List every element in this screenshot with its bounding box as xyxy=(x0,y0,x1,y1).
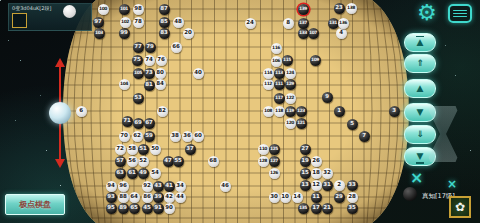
white-player-avatar[interactable] xyxy=(12,13,27,28)
app-name-button[interactable]: 极点棋盘 xyxy=(5,194,65,215)
white-stone-28[interactable]: 28 xyxy=(347,192,358,203)
move-number: 32 xyxy=(323,170,330,176)
black-stone-5[interactable]: 5 xyxy=(347,119,358,130)
move-number: 119 xyxy=(286,109,294,113)
move-number: 121 xyxy=(297,121,305,125)
move-number: 48 xyxy=(174,19,181,25)
move-number: 8 xyxy=(286,20,290,26)
white-stone-30[interactable]: 30 xyxy=(269,192,280,203)
rotate-board-slider[interactable] xyxy=(46,58,74,168)
back-button[interactable]: ▲ xyxy=(404,79,436,98)
white-stone-56[interactable]: 56 xyxy=(127,156,138,167)
white-stone-12[interactable]: 12 xyxy=(311,180,322,191)
black-stone-105[interactable]: 105 xyxy=(133,68,144,79)
move-number: 88 xyxy=(119,194,126,200)
move-number: 89 xyxy=(119,205,126,211)
slider-sphere-handle[interactable] xyxy=(49,102,71,124)
move-number: 113 xyxy=(275,71,283,75)
move-number: 29 xyxy=(335,194,342,200)
move-number: 66 xyxy=(172,44,179,50)
move-number: 7 xyxy=(362,133,366,139)
black-stone-69[interactable]: 69 xyxy=(133,118,144,129)
move-number: 73 xyxy=(145,70,152,76)
move-number: 74 xyxy=(145,57,152,63)
black-stone-137[interactable]: 137 xyxy=(298,18,309,29)
move-number: 15 xyxy=(301,170,308,176)
white-stone-2[interactable]: 2 xyxy=(334,180,345,191)
black-stone-55[interactable]: 55 xyxy=(173,156,184,167)
white-stone-126[interactable]: 126 xyxy=(269,168,280,179)
move-number: 27 xyxy=(301,146,308,152)
move-number: 33 xyxy=(348,182,355,188)
black-stone-47[interactable]: 47 xyxy=(163,156,174,167)
move-number: 35 xyxy=(348,205,355,211)
black-stone-133[interactable]: 133 xyxy=(298,28,309,39)
black-stone-1[interactable]: 1 xyxy=(334,106,345,117)
black-stone-95[interactable]: 95 xyxy=(106,203,117,214)
white-stone-40[interactable]: 40 xyxy=(193,68,204,79)
move-number: 43 xyxy=(154,183,161,189)
move-number: 47 xyxy=(164,158,171,164)
white-stone-104[interactable]: 104 xyxy=(119,79,130,90)
white-stone-82[interactable]: 82 xyxy=(157,106,168,117)
move-number: 23 xyxy=(335,5,342,11)
move-number: 4 xyxy=(339,30,343,36)
black-stone-17[interactable]: 17 xyxy=(311,203,322,214)
black-stone-75[interactable]: 75 xyxy=(132,55,143,66)
black-stone-51[interactable]: 51 xyxy=(138,144,149,155)
black-stone-53[interactable]: 53 xyxy=(133,93,144,104)
move-number: 116 xyxy=(272,46,280,50)
move-number: 14 xyxy=(293,194,300,200)
black-stone-121[interactable]: 121 xyxy=(296,118,307,129)
white-stone-60[interactable]: 60 xyxy=(193,131,204,142)
move-number: 70 xyxy=(120,133,127,139)
black-stone-29[interactable]: 29 xyxy=(334,192,345,203)
move-number: 19 xyxy=(301,158,308,164)
white-stone-36[interactable]: 36 xyxy=(182,131,193,142)
move-number: 93 xyxy=(107,194,114,200)
white-stone-116[interactable]: 116 xyxy=(271,43,282,54)
move-number: 13 xyxy=(301,182,308,188)
white-stone-72[interactable]: 72 xyxy=(115,144,126,155)
black-stone-91[interactable]: 91 xyxy=(153,203,164,214)
white-stone-38[interactable]: 38 xyxy=(170,131,181,142)
black-stone-63[interactable]: 63 xyxy=(115,168,126,179)
black-stone-139[interactable]: 139 xyxy=(298,4,309,15)
move-number: 107 xyxy=(309,31,317,35)
black-stone-9[interactable]: 9 xyxy=(322,92,333,103)
white-stone-112[interactable]: 112 xyxy=(263,79,274,90)
white-stone-icon xyxy=(63,5,76,18)
move-number: 120 xyxy=(286,121,294,125)
black-stone-117[interactable]: 117 xyxy=(274,93,285,104)
white-stone-64[interactable]: 64 xyxy=(129,192,140,203)
move-number: 53 xyxy=(134,95,141,101)
move-number: 101 xyxy=(120,7,128,11)
to-start-icon: ▲ xyxy=(417,38,424,47)
black-stone-83[interactable]: 83 xyxy=(159,28,170,39)
move-number: 82 xyxy=(158,108,165,114)
move-number: 114 xyxy=(264,71,272,75)
black-stone-35[interactable]: 35 xyxy=(347,203,358,214)
move-number: 12 xyxy=(312,182,319,188)
move-number: 122 xyxy=(286,96,294,100)
white-player-panel: 0变3d04uK[2段] xyxy=(8,3,92,31)
move-number: 77 xyxy=(134,44,141,50)
black-stone-115[interactable]: 115 xyxy=(282,55,293,66)
move-number: 39 xyxy=(154,194,161,200)
black-stone-icon xyxy=(403,187,417,201)
black-stone-19[interactable]: 19 xyxy=(300,156,311,167)
move-number: 52 xyxy=(139,158,146,164)
move-number: 96 xyxy=(119,183,126,189)
move-number: 110 xyxy=(259,147,267,151)
move-number: 63 xyxy=(116,170,123,176)
settings-gear-icon[interactable]: ⚙ xyxy=(417,1,437,25)
black-stone-71[interactable]: 71 xyxy=(122,116,133,127)
black-stone-15[interactable]: 15 xyxy=(300,168,311,179)
white-stone-76[interactable]: 76 xyxy=(156,55,167,66)
black-stone-3[interactable]: 3 xyxy=(389,106,400,117)
black-stone-77[interactable]: 77 xyxy=(133,42,144,53)
move-number: 127 xyxy=(270,159,278,163)
black-stone-87[interactable]: 87 xyxy=(159,4,170,15)
move-number: 135 xyxy=(299,206,307,210)
forward-icon: ▼ xyxy=(417,108,424,117)
move-number: 9 xyxy=(325,94,329,100)
fast-forward-icon: ⇓ xyxy=(416,130,424,139)
move-number: 108 xyxy=(264,109,272,113)
white-stone-98[interactable]: 98 xyxy=(133,4,144,15)
white-stone-124[interactable]: 124 xyxy=(285,68,296,79)
black-stone-89[interactable]: 89 xyxy=(118,203,129,214)
black-stone-127[interactable]: 127 xyxy=(269,156,280,167)
move-number: 137 xyxy=(299,21,307,25)
white-player-name: 0变3d04uK[2段] xyxy=(12,5,51,11)
white-stone-54[interactable]: 54 xyxy=(150,168,161,179)
move-number: 10 xyxy=(281,194,288,200)
fast-back-button[interactable]: ⇑ xyxy=(404,54,436,73)
close-small-icon[interactable]: × xyxy=(447,177,457,191)
move-number: 124 xyxy=(286,71,294,75)
black-stone-123[interactable]: 123 xyxy=(296,106,307,117)
move-number: 20 xyxy=(184,30,191,36)
black-stone-93[interactable]: 93 xyxy=(106,192,117,203)
white-stone-94[interactable]: 94 xyxy=(106,181,117,192)
black-stone-13[interactable]: 13 xyxy=(300,180,311,191)
white-stone-128[interactable]: 128 xyxy=(258,156,269,167)
white-stone-108[interactable]: 108 xyxy=(263,106,274,117)
arrow-down-icon xyxy=(55,159,65,168)
move-number: 56 xyxy=(128,158,135,164)
move-number: 28 xyxy=(348,194,355,200)
move-number: 42 xyxy=(165,194,172,200)
white-stone-24[interactable]: 24 xyxy=(245,18,256,29)
white-stone-110[interactable]: 110 xyxy=(258,144,269,155)
move-number: 44 xyxy=(176,194,183,200)
white-stone-122[interactable]: 122 xyxy=(285,93,296,104)
move-number: 37 xyxy=(186,146,193,152)
move-number: 115 xyxy=(283,58,291,62)
white-stone-4[interactable]: 4 xyxy=(336,28,347,39)
black-stone-125[interactable]: 125 xyxy=(269,144,280,155)
move-number: 133 xyxy=(299,31,307,35)
white-stone-14[interactable]: 14 xyxy=(292,192,303,203)
move-number: 125 xyxy=(270,147,278,151)
black-stone-21[interactable]: 21 xyxy=(322,203,333,214)
black-stone-57[interactable]: 57 xyxy=(115,156,126,167)
black-stone-7[interactable]: 7 xyxy=(359,131,370,142)
white-stone-90[interactable]: 90 xyxy=(164,203,175,214)
move-number: 97 xyxy=(94,19,101,25)
white-stone-84[interactable]: 84 xyxy=(155,79,166,90)
move-number: 84 xyxy=(156,81,163,87)
move-number: 26 xyxy=(312,158,319,164)
white-stone-86[interactable]: 86 xyxy=(142,192,153,203)
white-stone-42[interactable]: 42 xyxy=(164,192,175,203)
black-stone-107[interactable]: 107 xyxy=(308,28,319,39)
black-stone-23[interactable]: 23 xyxy=(334,3,345,14)
move-number: 18 xyxy=(312,170,319,176)
move-number: 40 xyxy=(194,70,201,76)
white-stone-6[interactable]: 6 xyxy=(76,106,87,117)
black-stone-79[interactable]: 79 xyxy=(145,42,156,53)
move-number: 123 xyxy=(297,109,305,113)
move-number: 79 xyxy=(146,44,153,50)
move-number: 50 xyxy=(151,146,158,152)
to-start-button[interactable]: ▲ xyxy=(404,33,436,52)
move-number: 109 xyxy=(311,58,319,62)
move-number: 112 xyxy=(264,82,272,86)
white-stone-10[interactable]: 10 xyxy=(280,192,291,203)
menu-list-icon[interactable] xyxy=(448,4,472,23)
black-stone-113[interactable]: 113 xyxy=(274,68,285,79)
move-number: 87 xyxy=(160,6,167,12)
white-stone-114[interactable]: 114 xyxy=(263,68,274,79)
white-stone-92[interactable]: 92 xyxy=(142,181,153,192)
move-number: 111 xyxy=(275,82,283,86)
move-number: 117 xyxy=(275,96,283,100)
black-stone-11[interactable]: 11 xyxy=(311,192,322,203)
white-stone-58[interactable]: 58 xyxy=(127,144,138,155)
move-number: 118 xyxy=(275,109,283,113)
move-number: 5 xyxy=(350,121,354,127)
move-number: 94 xyxy=(107,183,114,189)
white-stone-48[interactable]: 48 xyxy=(173,17,184,28)
move-number: 3 xyxy=(392,108,396,114)
black-stone-49[interactable]: 49 xyxy=(138,168,149,179)
move-number: 54 xyxy=(151,170,158,176)
white-stone-52[interactable]: 52 xyxy=(138,156,149,167)
white-stone-80[interactable]: 80 xyxy=(155,68,166,79)
move-number: 55 xyxy=(174,158,181,164)
move-number: 41 xyxy=(165,183,172,189)
black-stone-37[interactable]: 37 xyxy=(185,144,196,155)
black-stone-39[interactable]: 39 xyxy=(153,192,164,203)
close-icon[interactable]: × xyxy=(410,168,423,187)
move-number: 106 xyxy=(272,59,280,63)
white-stone-78[interactable]: 78 xyxy=(133,17,144,28)
move-number: 102 xyxy=(121,20,129,24)
white-stone-62[interactable]: 62 xyxy=(132,131,143,142)
move-number: 80 xyxy=(156,70,163,76)
black-stone-129[interactable]: 129 xyxy=(285,79,296,90)
move-number: 81 xyxy=(145,82,152,88)
black-stone-97[interactable]: 97 xyxy=(93,17,104,28)
move-number: 98 xyxy=(134,6,141,12)
fast-forward-button[interactable]: ⇓ xyxy=(404,125,436,144)
black-stone-73[interactable]: 73 xyxy=(144,68,155,79)
move-number: 128 xyxy=(259,159,267,163)
white-stone-20[interactable]: 20 xyxy=(183,28,194,39)
move-number: 76 xyxy=(157,57,164,63)
move-number: 86 xyxy=(143,194,150,200)
white-stone-26[interactable]: 26 xyxy=(311,156,322,167)
white-stone-102[interactable]: 102 xyxy=(120,17,131,28)
move-number: 99 xyxy=(120,30,127,36)
move-number: 30 xyxy=(270,194,277,200)
black-stone-41[interactable]: 41 xyxy=(164,181,175,192)
move-number: 58 xyxy=(128,146,135,152)
white-stone-34[interactable]: 34 xyxy=(175,181,186,192)
white-stone-74[interactable]: 74 xyxy=(144,55,155,66)
black-player-avatar[interactable]: ✿ xyxy=(449,196,471,218)
white-stone-100[interactable]: 100 xyxy=(98,4,109,15)
move-number: 59 xyxy=(145,133,152,139)
black-stone-67[interactable]: 67 xyxy=(144,118,155,129)
move-number: 138 xyxy=(347,6,355,10)
white-stone-120[interactable]: 120 xyxy=(285,118,296,129)
fast-back-icon: ⇑ xyxy=(416,59,424,68)
move-number: 129 xyxy=(286,82,294,86)
white-stone-106[interactable]: 106 xyxy=(271,56,282,67)
move-number: 139 xyxy=(299,7,307,11)
black-stone-101[interactable]: 101 xyxy=(119,4,130,15)
white-stone-68[interactable]: 68 xyxy=(208,156,219,167)
move-number: 104 xyxy=(120,82,128,86)
white-stone-50[interactable]: 50 xyxy=(150,144,161,155)
white-stone-32[interactable]: 32 xyxy=(322,168,333,179)
black-stone-131[interactable]: 131 xyxy=(328,18,339,29)
move-number: 90 xyxy=(165,205,172,211)
move-number: 1 xyxy=(337,108,341,114)
black-stone-111[interactable]: 111 xyxy=(274,79,285,90)
move-number: 51 xyxy=(139,146,146,152)
move-number: 100 xyxy=(99,7,107,11)
move-number: 31 xyxy=(323,182,330,188)
move-number: 126 xyxy=(270,171,278,175)
white-stone-88[interactable]: 88 xyxy=(118,192,129,203)
move-number: 91 xyxy=(154,205,161,211)
black-stone-59[interactable]: 59 xyxy=(144,131,155,142)
move-number: 71 xyxy=(123,118,130,124)
move-number: 68 xyxy=(209,158,216,164)
move-number: 2 xyxy=(337,182,341,188)
move-number: 65 xyxy=(130,205,137,211)
black-stone-103[interactable]: 103 xyxy=(94,28,105,39)
move-number: 103 xyxy=(95,31,103,35)
app-name-label: 极点棋盘 xyxy=(19,199,51,210)
move-number: 75 xyxy=(133,57,140,63)
black-stone-65[interactable]: 65 xyxy=(129,203,140,214)
white-stone-118[interactable]: 118 xyxy=(274,106,285,117)
move-number: 45 xyxy=(143,205,150,211)
move-number: 61 xyxy=(128,170,135,176)
move-number: 49 xyxy=(139,170,146,176)
move-number: 6 xyxy=(79,108,83,114)
move-number: 46 xyxy=(221,183,228,189)
move-number: 78 xyxy=(134,19,141,25)
white-stone-46[interactable]: 46 xyxy=(220,181,231,192)
move-number: 83 xyxy=(160,30,167,36)
move-number: 60 xyxy=(194,133,201,139)
black-stone-27[interactable]: 27 xyxy=(300,144,311,155)
white-stone-138[interactable]: 138 xyxy=(346,3,357,14)
black-stone-33[interactable]: 33 xyxy=(347,180,358,191)
move-number: 72 xyxy=(116,146,123,152)
black-stone-119[interactable]: 119 xyxy=(285,106,296,117)
move-number: 34 xyxy=(176,183,183,189)
black-stone-43[interactable]: 43 xyxy=(153,181,164,192)
to-end-icon: ▼ xyxy=(417,152,424,161)
move-number: 67 xyxy=(145,120,152,126)
move-number: 38 xyxy=(171,133,178,139)
white-stone-18[interactable]: 18 xyxy=(311,168,322,179)
black-stone-99[interactable]: 99 xyxy=(119,28,130,39)
move-number: 24 xyxy=(246,20,253,26)
move-number: 62 xyxy=(133,133,140,139)
move-number: 92 xyxy=(143,183,150,189)
move-number: 64 xyxy=(130,194,137,200)
move-number: 136 xyxy=(339,21,347,25)
black-stone-31[interactable]: 31 xyxy=(322,180,333,191)
black-stone-45[interactable]: 45 xyxy=(142,203,153,214)
move-number: 21 xyxy=(323,205,330,211)
black-stone-81[interactable]: 81 xyxy=(144,80,155,91)
back-icon: ▲ xyxy=(417,84,424,93)
move-number: 57 xyxy=(116,158,123,164)
white-stone-66[interactable]: 66 xyxy=(171,42,182,53)
black-stone-135[interactable]: 135 xyxy=(298,203,309,214)
move-number: 85 xyxy=(160,19,167,25)
move-number: 69 xyxy=(134,120,141,126)
move-number: 131 xyxy=(329,21,337,25)
black-stone-109[interactable]: 109 xyxy=(310,55,321,66)
white-stone-70[interactable]: 70 xyxy=(119,131,130,142)
move-number: 105 xyxy=(134,71,142,75)
go-review-screen: 1234567891011121314151718192021232426272… xyxy=(0,0,480,223)
move-number: 36 xyxy=(183,133,190,139)
white-stone-96[interactable]: 96 xyxy=(118,181,129,192)
move-number: 17 xyxy=(312,205,319,211)
white-stone-44[interactable]: 44 xyxy=(175,192,186,203)
white-stone-8[interactable]: 8 xyxy=(283,18,294,29)
white-stone-136[interactable]: 136 xyxy=(338,18,349,29)
move-number: 95 xyxy=(107,205,114,211)
move-number: 11 xyxy=(312,194,319,200)
black-stone-61[interactable]: 61 xyxy=(127,168,138,179)
black-stone-85[interactable]: 85 xyxy=(159,17,170,28)
